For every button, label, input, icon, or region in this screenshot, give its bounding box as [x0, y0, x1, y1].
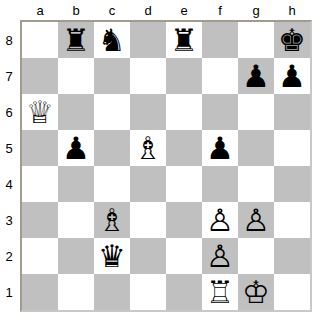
square-d8[interactable] — [130, 22, 166, 58]
square-a7[interactable] — [22, 58, 58, 94]
square-c7[interactable] — [94, 58, 130, 94]
square-e6[interactable] — [166, 94, 202, 130]
square-f1[interactable]: ♖ — [202, 274, 238, 310]
square-c4[interactable] — [94, 166, 130, 202]
piece-black-pawn: ♟ — [206, 130, 234, 166]
square-h3[interactable] — [274, 202, 310, 238]
piece-black-rook: ♜ — [62, 22, 90, 58]
square-b5[interactable]: ♟ — [58, 130, 94, 166]
square-f4[interactable] — [202, 166, 238, 202]
square-f6[interactable] — [202, 94, 238, 130]
piece-white-queen: ♕ — [26, 94, 54, 130]
square-e7[interactable] — [166, 58, 202, 94]
square-h7[interactable]: ♟ — [274, 58, 310, 94]
square-d4[interactable] — [130, 166, 166, 202]
square-a2[interactable] — [22, 238, 58, 274]
square-a3[interactable] — [22, 202, 58, 238]
square-b7[interactable] — [58, 58, 94, 94]
rank-label-7: 7 — [0, 58, 18, 94]
rank-label-1: 1 — [0, 274, 18, 310]
square-h2[interactable] — [274, 238, 310, 274]
piece-white-pawn: ♙ — [206, 202, 234, 238]
rank-label-4: 4 — [0, 166, 18, 202]
square-b6[interactable] — [58, 94, 94, 130]
square-e3[interactable] — [166, 202, 202, 238]
rank-label-5: 5 — [0, 130, 18, 166]
square-a4[interactable] — [22, 166, 58, 202]
piece-white-bishop: ♗ — [98, 202, 126, 238]
piece-black-pawn: ♟ — [62, 130, 90, 166]
piece-white-pawn: ♙ — [206, 238, 234, 274]
file-label-d: d — [130, 1, 166, 19]
square-a8[interactable] — [22, 22, 58, 58]
chess-board: ♜♞♜♚♟♟♕♟♗♟♗♙♙♛♙♖♔ — [20, 20, 312, 312]
rank-label-2: 2 — [0, 238, 18, 274]
square-b3[interactable] — [58, 202, 94, 238]
square-c1[interactable] — [94, 274, 130, 310]
square-h5[interactable] — [274, 130, 310, 166]
square-b2[interactable] — [58, 238, 94, 274]
square-c6[interactable] — [94, 94, 130, 130]
square-f5[interactable]: ♟ — [202, 130, 238, 166]
square-e2[interactable] — [166, 238, 202, 274]
square-g5[interactable] — [238, 130, 274, 166]
rank-label-3: 3 — [0, 202, 18, 238]
piece-black-knight: ♞ — [98, 22, 126, 58]
square-b1[interactable] — [58, 274, 94, 310]
square-d6[interactable] — [130, 94, 166, 130]
rank-labels: 87654321 — [0, 22, 18, 310]
square-g7[interactable]: ♟ — [238, 58, 274, 94]
piece-black-pawn: ♟ — [278, 58, 306, 94]
piece-black-rook: ♜ — [170, 22, 198, 58]
square-f2[interactable]: ♙ — [202, 238, 238, 274]
file-label-c: c — [94, 1, 130, 19]
square-e4[interactable] — [166, 166, 202, 202]
square-a6[interactable]: ♕ — [22, 94, 58, 130]
square-g8[interactable] — [238, 22, 274, 58]
square-d2[interactable] — [130, 238, 166, 274]
file-label-a: a — [22, 1, 58, 19]
rank-label-6: 6 — [0, 94, 18, 130]
piece-white-king: ♔ — [242, 274, 270, 310]
square-c2[interactable]: ♛ — [94, 238, 130, 274]
square-c5[interactable] — [94, 130, 130, 166]
piece-white-bishop: ♗ — [134, 130, 162, 166]
square-d5[interactable]: ♗ — [130, 130, 166, 166]
square-d7[interactable] — [130, 58, 166, 94]
square-g3[interactable]: ♙ — [238, 202, 274, 238]
square-g4[interactable] — [238, 166, 274, 202]
square-b4[interactable] — [58, 166, 94, 202]
piece-white-rook: ♖ — [206, 274, 234, 310]
square-d1[interactable] — [130, 274, 166, 310]
square-e5[interactable] — [166, 130, 202, 166]
square-h6[interactable] — [274, 94, 310, 130]
square-c3[interactable]: ♗ — [94, 202, 130, 238]
square-g2[interactable] — [238, 238, 274, 274]
file-label-e: e — [166, 1, 202, 19]
piece-black-pawn: ♟ — [242, 58, 270, 94]
piece-black-queen: ♛ — [98, 238, 126, 274]
square-a5[interactable] — [22, 130, 58, 166]
square-b8[interactable]: ♜ — [58, 22, 94, 58]
chess-diagram: abcdefgh 87654321 ♜♞♜♚♟♟♕♟♗♟♗♙♙♛♙♖♔ — [0, 0, 320, 320]
file-label-b: b — [58, 1, 94, 19]
square-g1[interactable]: ♔ — [238, 274, 274, 310]
file-labels: abcdefgh — [22, 1, 310, 19]
square-g6[interactable] — [238, 94, 274, 130]
square-f8[interactable] — [202, 22, 238, 58]
square-h8[interactable]: ♚ — [274, 22, 310, 58]
rank-label-8: 8 — [0, 22, 18, 58]
piece-white-pawn: ♙ — [242, 202, 270, 238]
square-h4[interactable] — [274, 166, 310, 202]
square-e8[interactable]: ♜ — [166, 22, 202, 58]
square-c8[interactable]: ♞ — [94, 22, 130, 58]
square-f7[interactable] — [202, 58, 238, 94]
square-h1[interactable] — [274, 274, 310, 310]
piece-black-king: ♚ — [278, 22, 306, 58]
file-label-f: f — [202, 1, 238, 19]
file-label-h: h — [274, 1, 310, 19]
file-label-g: g — [238, 1, 274, 19]
square-d3[interactable] — [130, 202, 166, 238]
square-f3[interactable]: ♙ — [202, 202, 238, 238]
square-a1[interactable] — [22, 274, 58, 310]
square-e1[interactable] — [166, 274, 202, 310]
